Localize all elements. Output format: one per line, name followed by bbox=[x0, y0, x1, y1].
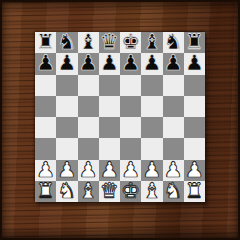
piece-black-pawn[interactable]: ♟ bbox=[79, 53, 98, 74]
piece-black-pawn[interactable]: ♟ bbox=[185, 53, 204, 74]
square-a5[interactable] bbox=[35, 96, 56, 117]
square-e7[interactable]: ♟ bbox=[120, 53, 141, 74]
square-g7[interactable]: ♟ bbox=[163, 53, 184, 74]
piece-black-knight[interactable]: ♞ bbox=[57, 32, 76, 53]
wood-frame: ♜♞♝♛♚♝♞♜♟♟♟♟♟♟♟♟♟♟♟♟♟♟♟♟♜♞♝♛♚♝♞♜ bbox=[0, 0, 240, 240]
square-e4[interactable] bbox=[120, 117, 141, 138]
square-f7[interactable]: ♟ bbox=[141, 53, 162, 74]
piece-white-bishop[interactable]: ♝ bbox=[142, 180, 161, 201]
square-e1[interactable]: ♚ bbox=[120, 181, 141, 202]
square-g6[interactable] bbox=[163, 75, 184, 96]
piece-black-bishop[interactable]: ♝ bbox=[79, 32, 98, 53]
square-c7[interactable]: ♟ bbox=[78, 53, 99, 74]
square-h5[interactable] bbox=[184, 96, 205, 117]
square-c1[interactable]: ♝ bbox=[78, 181, 99, 202]
square-a1[interactable]: ♜ bbox=[35, 181, 56, 202]
piece-black-pawn[interactable]: ♟ bbox=[100, 53, 119, 74]
piece-black-knight[interactable]: ♞ bbox=[164, 32, 183, 53]
piece-black-pawn[interactable]: ♟ bbox=[142, 53, 161, 74]
square-a7[interactable]: ♟ bbox=[35, 53, 56, 74]
square-g1[interactable]: ♞ bbox=[163, 181, 184, 202]
square-d1[interactable]: ♛ bbox=[99, 181, 120, 202]
piece-white-king[interactable]: ♚ bbox=[121, 180, 140, 201]
piece-white-pawn[interactable]: ♟ bbox=[100, 159, 119, 180]
square-d6[interactable] bbox=[99, 75, 120, 96]
square-d4[interactable] bbox=[99, 117, 120, 138]
piece-black-rook[interactable]: ♜ bbox=[185, 32, 204, 53]
piece-white-knight[interactable]: ♞ bbox=[57, 180, 76, 201]
piece-white-pawn[interactable]: ♟ bbox=[164, 159, 183, 180]
piece-white-pawn[interactable]: ♟ bbox=[36, 159, 55, 180]
square-a4[interactable] bbox=[35, 117, 56, 138]
square-a6[interactable] bbox=[35, 75, 56, 96]
square-d5[interactable] bbox=[99, 96, 120, 117]
piece-white-pawn[interactable]: ♟ bbox=[79, 159, 98, 180]
square-b1[interactable]: ♞ bbox=[56, 181, 77, 202]
piece-white-pawn[interactable]: ♟ bbox=[185, 159, 204, 180]
square-b4[interactable] bbox=[56, 117, 77, 138]
square-h4[interactable] bbox=[184, 117, 205, 138]
chess-board: ♜♞♝♛♚♝♞♜♟♟♟♟♟♟♟♟♟♟♟♟♟♟♟♟♜♞♝♛♚♝♞♜ bbox=[35, 32, 205, 202]
piece-black-pawn[interactable]: ♟ bbox=[36, 53, 55, 74]
piece-white-rook[interactable]: ♜ bbox=[185, 180, 204, 201]
square-h6[interactable] bbox=[184, 75, 205, 96]
piece-black-bishop[interactable]: ♝ bbox=[142, 32, 161, 53]
square-g5[interactable] bbox=[163, 96, 184, 117]
square-c4[interactable] bbox=[78, 117, 99, 138]
piece-white-bishop[interactable]: ♝ bbox=[79, 180, 98, 201]
square-f4[interactable] bbox=[141, 117, 162, 138]
piece-white-pawn[interactable]: ♟ bbox=[142, 159, 161, 180]
piece-white-queen[interactable]: ♛ bbox=[100, 180, 119, 201]
square-b5[interactable] bbox=[56, 96, 77, 117]
piece-black-pawn[interactable]: ♟ bbox=[164, 53, 183, 74]
square-f6[interactable] bbox=[141, 75, 162, 96]
square-h1[interactable]: ♜ bbox=[184, 181, 205, 202]
square-f5[interactable] bbox=[141, 96, 162, 117]
piece-black-queen[interactable]: ♛ bbox=[100, 32, 119, 53]
piece-white-pawn[interactable]: ♟ bbox=[57, 159, 76, 180]
square-h7[interactable]: ♟ bbox=[184, 53, 205, 74]
square-e5[interactable] bbox=[120, 96, 141, 117]
square-e6[interactable] bbox=[120, 75, 141, 96]
piece-black-pawn[interactable]: ♟ bbox=[57, 53, 76, 74]
square-c5[interactable] bbox=[78, 96, 99, 117]
square-b7[interactable]: ♟ bbox=[56, 53, 77, 74]
square-b6[interactable] bbox=[56, 75, 77, 96]
piece-black-rook[interactable]: ♜ bbox=[36, 32, 55, 53]
piece-black-king[interactable]: ♚ bbox=[121, 32, 140, 53]
square-d7[interactable]: ♟ bbox=[99, 53, 120, 74]
square-c6[interactable] bbox=[78, 75, 99, 96]
piece-black-pawn[interactable]: ♟ bbox=[121, 53, 140, 74]
square-g4[interactable] bbox=[163, 117, 184, 138]
square-f1[interactable]: ♝ bbox=[141, 181, 162, 202]
piece-white-rook[interactable]: ♜ bbox=[36, 180, 55, 201]
piece-white-knight[interactable]: ♞ bbox=[164, 180, 183, 201]
piece-white-pawn[interactable]: ♟ bbox=[121, 159, 140, 180]
